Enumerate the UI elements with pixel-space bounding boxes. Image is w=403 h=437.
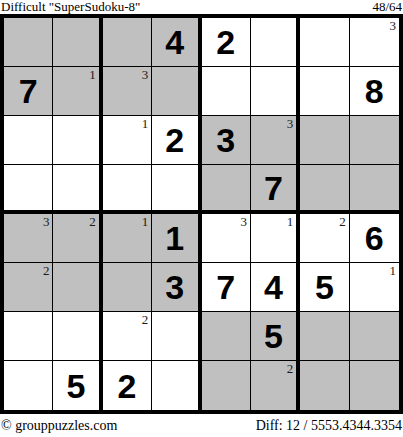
cell-r4c8[interactable] [350, 165, 399, 214]
cell-r1c6[interactable] [251, 18, 300, 67]
cell-r2c1[interactable]: 7 [4, 67, 53, 116]
given-digit: 5 [67, 369, 86, 403]
cell-r3c7[interactable] [300, 116, 349, 165]
difficulty-text: Diff: 12 / 5553.4344.3354 [256, 418, 402, 434]
cell-r2c7[interactable] [300, 67, 349, 116]
cell-r8c8[interactable] [350, 361, 399, 410]
given-digit: 7 [216, 270, 235, 304]
cell-r8c5[interactable] [202, 361, 251, 410]
cell-r4c1[interactable] [4, 165, 53, 214]
pencil-mark: 1 [390, 264, 397, 277]
cell-r4c4[interactable] [152, 165, 201, 214]
cell-r3c8[interactable] [350, 116, 399, 165]
cell-r8c2[interactable]: 5 [53, 361, 102, 410]
cell-r3c4[interactable]: 2 [152, 116, 201, 165]
cell-r6c2[interactable] [53, 263, 102, 312]
given-digit: 5 [264, 319, 283, 353]
cell-r4c7[interactable] [300, 165, 349, 214]
copyright-text: © grouppuzzles.com [1, 418, 117, 434]
cell-r3c1[interactable] [4, 116, 53, 165]
sudoku-board: 4237138123373211312623745125522 [0, 14, 403, 414]
given-digit: 5 [315, 270, 334, 304]
cell-r7c6[interactable]: 5 [251, 312, 300, 361]
cell-r8c4[interactable] [152, 361, 201, 410]
cell-r4c2[interactable] [53, 165, 102, 214]
cell-r7c4[interactable] [152, 312, 201, 361]
cell-r6c6[interactable]: 4 [251, 263, 300, 312]
pencil-mark: 3 [142, 68, 149, 81]
cell-r1c5[interactable]: 2 [202, 18, 251, 67]
pencil-mark: 2 [43, 264, 50, 277]
cell-r6c4[interactable]: 3 [152, 263, 201, 312]
empty-cell-counter: 48/64 [372, 0, 402, 13]
pencil-mark: 1 [89, 68, 96, 81]
cell-r8c3[interactable]: 2 [103, 361, 152, 410]
cell-r5c4[interactable]: 1 [152, 214, 201, 263]
cell-r5c3[interactable]: 1 [103, 214, 152, 263]
given-digit: 3 [165, 270, 184, 304]
cell-r6c7[interactable]: 5 [300, 263, 349, 312]
cell-r7c2[interactable] [53, 312, 102, 361]
cell-r3c3[interactable]: 1 [103, 116, 152, 165]
cell-r2c4[interactable] [152, 67, 201, 116]
cell-r1c4[interactable]: 4 [152, 18, 201, 67]
cell-r2c8[interactable]: 8 [350, 67, 399, 116]
pencil-mark: 3 [390, 19, 397, 32]
cell-r2c5[interactable] [202, 67, 251, 116]
pencil-mark: 1 [142, 215, 149, 228]
cell-r7c1[interactable] [4, 312, 53, 361]
given-digit: 4 [264, 270, 283, 304]
cell-r2c6[interactable] [251, 67, 300, 116]
given-digit: 4 [165, 25, 184, 59]
cell-r5c6[interactable]: 1 [251, 214, 300, 263]
given-digit: 2 [216, 25, 235, 59]
cell-r5c5[interactable]: 3 [202, 214, 251, 263]
given-digit: 6 [365, 221, 384, 255]
cell-r7c7[interactable] [300, 312, 349, 361]
pencil-mark: 2 [339, 215, 346, 228]
given-digit: 8 [365, 74, 384, 108]
cell-r1c1[interactable] [4, 18, 53, 67]
pencil-mark: 3 [240, 215, 247, 228]
cell-r3c5[interactable]: 3 [202, 116, 251, 165]
cell-r5c8[interactable]: 6 [350, 214, 399, 263]
cell-r1c8[interactable]: 3 [350, 18, 399, 67]
given-digit: 2 [117, 369, 136, 403]
cell-r8c1[interactable] [4, 361, 53, 410]
cell-r3c6[interactable]: 3 [251, 116, 300, 165]
cell-r7c5[interactable] [202, 312, 251, 361]
cell-r4c3[interactable] [103, 165, 152, 214]
given-digit: 2 [165, 123, 184, 157]
puzzle-page: Difficult "SuperSudoku-8" 48/64 42371381… [0, 0, 403, 437]
cell-r6c8[interactable]: 1 [350, 263, 399, 312]
cell-r5c7[interactable]: 2 [300, 214, 349, 263]
cell-r1c7[interactable] [300, 18, 349, 67]
cell-r7c8[interactable] [350, 312, 399, 361]
pencil-mark: 2 [142, 313, 149, 326]
given-digit: 1 [165, 221, 184, 255]
given-digit: 7 [264, 171, 283, 205]
pencil-mark: 1 [287, 215, 294, 228]
pencil-mark: 3 [43, 215, 50, 228]
cell-r1c2[interactable] [53, 18, 102, 67]
cell-r6c1[interactable]: 2 [4, 263, 53, 312]
given-digit: 7 [19, 74, 38, 108]
cell-r4c6[interactable]: 7 [251, 165, 300, 214]
cell-r2c3[interactable]: 3 [103, 67, 152, 116]
cell-r6c3[interactable] [103, 263, 152, 312]
given-digit: 3 [216, 123, 235, 157]
cell-r6c5[interactable]: 7 [202, 263, 251, 312]
cell-r5c2[interactable]: 2 [53, 214, 102, 263]
cell-r8c7[interactable] [300, 361, 349, 410]
cell-r2c2[interactable]: 1 [53, 67, 102, 116]
cell-r1c3[interactable] [103, 18, 152, 67]
puzzle-footer: © grouppuzzles.com Diff: 12 / 5553.4344.… [0, 414, 403, 437]
pencil-mark: 1 [142, 117, 149, 130]
pencil-mark: 2 [89, 215, 96, 228]
puzzle-header: Difficult "SuperSudoku-8" 48/64 [0, 0, 403, 14]
puzzle-title: Difficult "SuperSudoku-8" [1, 0, 140, 13]
cell-r3c2[interactable] [53, 116, 102, 165]
pencil-mark: 3 [287, 117, 294, 130]
pencil-mark: 2 [287, 362, 294, 375]
cell-r4c5[interactable] [202, 165, 251, 214]
cell-r5c1[interactable]: 3 [4, 214, 53, 263]
cell-r7c3[interactable]: 2 [103, 312, 152, 361]
cell-r8c6[interactable]: 2 [251, 361, 300, 410]
